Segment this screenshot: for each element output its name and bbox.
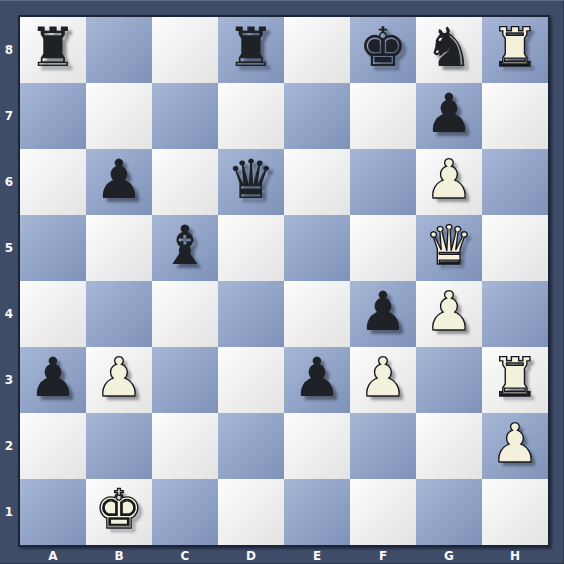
square-d8[interactable]: ♜ [218,17,284,83]
square-e8[interactable] [284,17,350,83]
square-e1[interactable] [284,479,350,545]
square-d1[interactable] [218,479,284,545]
piece-black-rook[interactable]: ♜ [29,21,77,75]
piece-black-rook[interactable]: ♜ [227,21,275,75]
file-label-e: E [284,547,350,564]
piece-white-rook[interactable]: ♜ [491,21,539,75]
square-a6[interactable] [20,149,86,215]
square-d3[interactable] [218,347,284,413]
piece-black-bishop[interactable]: ♝ [161,219,209,273]
piece-white-pawn[interactable]: ♟ [425,153,473,207]
square-c8[interactable] [152,17,218,83]
piece-black-pawn[interactable]: ♟ [425,87,473,141]
file-label-c: C [152,547,218,564]
square-b1[interactable]: ♚ [86,479,152,545]
square-f7[interactable] [350,83,416,149]
square-f4[interactable]: ♟ [350,281,416,347]
square-f8[interactable]: ♚ [350,17,416,83]
square-c7[interactable] [152,83,218,149]
square-d4[interactable] [218,281,284,347]
piece-black-pawn[interactable]: ♟ [29,351,77,405]
piece-white-pawn[interactable]: ♟ [425,285,473,339]
square-e3[interactable]: ♟ [284,347,350,413]
square-b5[interactable] [86,215,152,281]
file-labels: ABCDEFGH [20,547,548,564]
rank-label-4: 4 [0,281,18,347]
rank-label-5: 5 [0,215,18,281]
file-label-f: F [350,547,416,564]
square-g7[interactable]: ♟ [416,83,482,149]
square-h2[interactable]: ♟ [482,413,548,479]
chess-app-frame: 87654321 ♜♜♚♞♜♟♟♛♟♝♛♟♟♟♟♟♟♜♟♚ ABCDEFGH [0,0,564,564]
square-b6[interactable]: ♟ [86,149,152,215]
file-label-h: H [482,547,548,564]
square-g4[interactable]: ♟ [416,281,482,347]
square-f6[interactable] [350,149,416,215]
square-g3[interactable] [416,347,482,413]
square-c5[interactable]: ♝ [152,215,218,281]
square-h4[interactable] [482,281,548,347]
square-h3[interactable]: ♜ [482,347,548,413]
square-d7[interactable] [218,83,284,149]
piece-black-queen[interactable]: ♛ [227,153,275,207]
square-f1[interactable] [350,479,416,545]
file-label-b: B [86,547,152,564]
square-h8[interactable]: ♜ [482,17,548,83]
square-a8[interactable]: ♜ [20,17,86,83]
square-e4[interactable] [284,281,350,347]
square-d5[interactable] [218,215,284,281]
piece-white-pawn[interactable]: ♟ [95,351,143,405]
piece-white-pawn[interactable]: ♟ [359,351,407,405]
square-b7[interactable] [86,83,152,149]
square-g1[interactable] [416,479,482,545]
square-a3[interactable]: ♟ [20,347,86,413]
rank-label-1: 1 [0,479,18,545]
piece-black-pawn[interactable]: ♟ [359,285,407,339]
piece-white-pawn[interactable]: ♟ [491,417,539,471]
square-e6[interactable] [284,149,350,215]
square-f5[interactable] [350,215,416,281]
file-label-a: A [20,547,86,564]
rank-label-2: 2 [0,413,18,479]
square-g5[interactable]: ♛ [416,215,482,281]
square-e5[interactable] [284,215,350,281]
square-c1[interactable] [152,479,218,545]
square-a4[interactable] [20,281,86,347]
square-f3[interactable]: ♟ [350,347,416,413]
piece-white-rook[interactable]: ♜ [491,351,539,405]
rank-labels: 87654321 [0,17,18,545]
square-h1[interactable] [482,479,548,545]
square-b4[interactable] [86,281,152,347]
square-g8[interactable]: ♞ [416,17,482,83]
rank-label-6: 6 [0,149,18,215]
square-d6[interactable]: ♛ [218,149,284,215]
square-h6[interactable] [482,149,548,215]
file-label-d: D [218,547,284,564]
square-c3[interactable] [152,347,218,413]
square-b2[interactable] [86,413,152,479]
piece-black-pawn[interactable]: ♟ [95,153,143,207]
square-c4[interactable] [152,281,218,347]
piece-black-pawn[interactable]: ♟ [293,351,341,405]
piece-white-queen[interactable]: ♛ [425,219,473,273]
square-g6[interactable]: ♟ [416,149,482,215]
rank-label-3: 3 [0,347,18,413]
piece-black-knight[interactable]: ♞ [425,21,473,75]
square-f2[interactable] [350,413,416,479]
square-a2[interactable] [20,413,86,479]
square-c2[interactable] [152,413,218,479]
square-h7[interactable] [482,83,548,149]
square-g2[interactable] [416,413,482,479]
square-h5[interactable] [482,215,548,281]
square-e2[interactable] [284,413,350,479]
square-a7[interactable] [20,83,86,149]
square-e7[interactable] [284,83,350,149]
piece-black-king[interactable]: ♚ [359,21,407,75]
square-a5[interactable] [20,215,86,281]
chess-board: ♜♜♚♞♜♟♟♛♟♝♛♟♟♟♟♟♟♜♟♚ [18,15,550,547]
piece-white-king[interactable]: ♚ [95,483,143,537]
rank-label-7: 7 [0,83,18,149]
rank-label-8: 8 [0,17,18,83]
file-label-g: G [416,547,482,564]
square-b8[interactable] [86,17,152,83]
square-b3[interactable]: ♟ [86,347,152,413]
square-d2[interactable] [218,413,284,479]
square-c6[interactable] [152,149,218,215]
square-a1[interactable] [20,479,86,545]
